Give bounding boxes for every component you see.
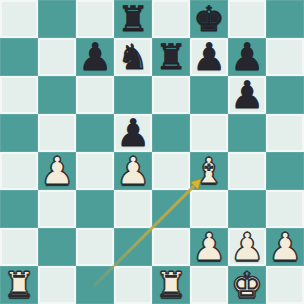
square-h1[interactable] <box>266 266 304 304</box>
white-bishop[interactable]: ♝ <box>193 152 224 190</box>
square-d5[interactable]: ♟ <box>114 114 152 152</box>
square-h8[interactable] <box>266 0 304 38</box>
square-c8[interactable] <box>76 0 114 38</box>
square-b7[interactable] <box>38 38 76 76</box>
square-e2[interactable] <box>152 228 190 266</box>
square-h4[interactable] <box>266 152 304 190</box>
white-pawn[interactable]: ♟ <box>230 228 264 266</box>
black-rook[interactable]: ♜ <box>117 0 148 38</box>
square-d2[interactable] <box>114 228 152 266</box>
square-g7[interactable]: ♟ <box>228 38 266 76</box>
chess-board: ♜♚♟♞♜♟♟♟♟♟♟♝♟♟♟♜♜♚ <box>0 0 304 304</box>
black-pawn[interactable]: ♟ <box>230 76 264 114</box>
square-c7[interactable]: ♟ <box>76 38 114 76</box>
square-a6[interactable] <box>0 76 38 114</box>
square-g1[interactable]: ♚ <box>228 266 266 304</box>
square-e4[interactable] <box>152 152 190 190</box>
square-b3[interactable] <box>38 190 76 228</box>
square-d7[interactable]: ♞ <box>114 38 152 76</box>
square-b4[interactable]: ♟ <box>38 152 76 190</box>
square-c5[interactable] <box>76 114 114 152</box>
white-pawn[interactable]: ♟ <box>192 228 226 266</box>
square-a7[interactable] <box>0 38 38 76</box>
square-c3[interactable] <box>76 190 114 228</box>
square-h7[interactable] <box>266 38 304 76</box>
square-d3[interactable] <box>114 190 152 228</box>
black-pawn[interactable]: ♟ <box>230 38 264 76</box>
square-e3[interactable] <box>152 190 190 228</box>
square-g2[interactable]: ♟ <box>228 228 266 266</box>
square-e6[interactable] <box>152 76 190 114</box>
black-pawn[interactable]: ♟ <box>116 114 150 152</box>
square-b1[interactable] <box>38 266 76 304</box>
square-g3[interactable] <box>228 190 266 228</box>
square-a8[interactable] <box>0 0 38 38</box>
white-king[interactable]: ♚ <box>231 266 262 304</box>
square-g8[interactable] <box>228 0 266 38</box>
square-h5[interactable] <box>266 114 304 152</box>
square-f8[interactable]: ♚ <box>190 0 228 38</box>
white-pawn[interactable]: ♟ <box>268 228 302 266</box>
square-a5[interactable] <box>0 114 38 152</box>
square-e5[interactable] <box>152 114 190 152</box>
square-f2[interactable]: ♟ <box>190 228 228 266</box>
square-g6[interactable]: ♟ <box>228 76 266 114</box>
square-f1[interactable] <box>190 266 228 304</box>
black-rook[interactable]: ♜ <box>155 38 186 76</box>
black-pawn[interactable]: ♟ <box>78 38 112 76</box>
black-pawn[interactable]: ♟ <box>192 38 226 76</box>
square-e7[interactable]: ♜ <box>152 38 190 76</box>
square-f3[interactable] <box>190 190 228 228</box>
square-b5[interactable] <box>38 114 76 152</box>
square-b8[interactable] <box>38 0 76 38</box>
square-f6[interactable] <box>190 76 228 114</box>
square-a3[interactable] <box>0 190 38 228</box>
white-rook[interactable]: ♜ <box>3 266 34 304</box>
square-b2[interactable] <box>38 228 76 266</box>
square-h6[interactable] <box>266 76 304 114</box>
square-f7[interactable]: ♟ <box>190 38 228 76</box>
black-king[interactable]: ♚ <box>193 0 224 38</box>
square-a1[interactable]: ♜ <box>0 266 38 304</box>
white-rook[interactable]: ♜ <box>155 266 186 304</box>
square-c6[interactable] <box>76 76 114 114</box>
black-knight[interactable]: ♞ <box>117 38 148 76</box>
square-c2[interactable] <box>76 228 114 266</box>
square-a2[interactable] <box>0 228 38 266</box>
square-h2[interactable]: ♟ <box>266 228 304 266</box>
square-g4[interactable] <box>228 152 266 190</box>
square-d8[interactable]: ♜ <box>114 0 152 38</box>
square-d1[interactable] <box>114 266 152 304</box>
square-c4[interactable] <box>76 152 114 190</box>
square-f4[interactable]: ♝ <box>190 152 228 190</box>
square-f5[interactable] <box>190 114 228 152</box>
square-a4[interactable] <box>0 152 38 190</box>
square-d6[interactable] <box>114 76 152 114</box>
square-c1[interactable] <box>76 266 114 304</box>
square-e8[interactable] <box>152 0 190 38</box>
white-pawn[interactable]: ♟ <box>40 152 74 190</box>
chess-board-container: ♜♚♟♞♜♟♟♟♟♟♟♝♟♟♟♜♜♚ <box>0 0 304 304</box>
square-b6[interactable] <box>38 76 76 114</box>
square-g5[interactable] <box>228 114 266 152</box>
square-h3[interactable] <box>266 190 304 228</box>
white-pawn[interactable]: ♟ <box>116 152 150 190</box>
square-d4[interactable]: ♟ <box>114 152 152 190</box>
square-e1[interactable]: ♜ <box>152 266 190 304</box>
